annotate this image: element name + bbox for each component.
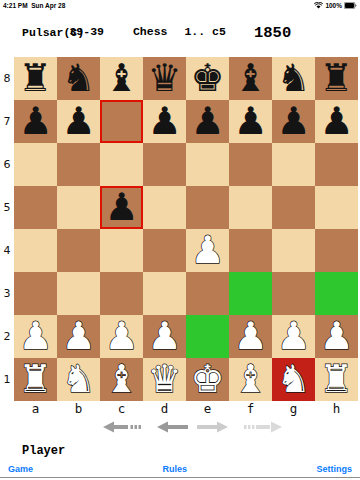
square-e4[interactable]: ♟ [186, 229, 229, 272]
square-g2[interactable]: ♟ [272, 315, 315, 358]
app-title: Chess [133, 25, 168, 38]
step-forward-button[interactable] [195, 420, 229, 434]
square-e1[interactable]: ♚ [186, 358, 229, 401]
file-label-e: e [186, 401, 229, 416]
rank-labels: 87654321 [0, 57, 14, 401]
piece-white-knight: ♞ [276, 358, 310, 401]
file-label-f: f [229, 401, 272, 416]
piece-white-pawn: ♟ [61, 315, 95, 358]
rank-label-5: 5 [0, 186, 14, 229]
file-label-b: b [57, 401, 100, 416]
piece-white-pawn: ♟ [190, 229, 224, 272]
rank-label-3: 3 [0, 272, 14, 315]
piece-black-pawn: ♟ [319, 100, 353, 143]
piece-white-pawn: ♟ [104, 315, 138, 358]
piece-black-rook: ♜ [18, 57, 52, 100]
square-f3[interactable] [229, 272, 272, 315]
square-f6[interactable] [229, 143, 272, 186]
square-c6[interactable] [100, 143, 143, 186]
last-move-text: 1.. c5 [184, 25, 225, 38]
square-g4[interactable] [272, 229, 315, 272]
square-a7[interactable]: ♟ [14, 100, 57, 143]
square-h8[interactable]: ♜ [315, 57, 358, 100]
square-b6[interactable] [57, 143, 100, 186]
square-f4[interactable] [229, 229, 272, 272]
square-c2[interactable]: ♟ [100, 315, 143, 358]
nav-settings-link[interactable]: Settings [316, 464, 352, 474]
file-label-c: c [100, 401, 143, 416]
square-d8[interactable]: ♛ [143, 57, 186, 100]
square-h1[interactable]: ♜ [315, 358, 358, 401]
square-h2[interactable]: ♟ [315, 315, 358, 358]
piece-white-rook: ♜ [319, 358, 353, 401]
square-d2[interactable]: ♟ [143, 315, 186, 358]
nav-rules-link[interactable]: Rules [162, 464, 187, 474]
square-h4[interactable] [315, 229, 358, 272]
piece-white-pawn: ♟ [147, 315, 181, 358]
piece-black-pawn: ♟ [18, 100, 52, 143]
step-back-button[interactable] [156, 420, 190, 434]
square-e7[interactable]: ♟ [186, 100, 229, 143]
file-label-a: a [14, 401, 57, 416]
square-b1[interactable]: ♞ [57, 358, 100, 401]
piece-black-bishop: ♝ [233, 57, 267, 100]
rank-label-4: 4 [0, 229, 14, 272]
square-g5[interactable] [272, 186, 315, 229]
square-d6[interactable] [143, 143, 186, 186]
file-label-h: h [315, 401, 358, 416]
forward-arrow-icon [195, 420, 229, 434]
engine-name: Pulsar(C) [22, 26, 84, 39]
piece-white-king: ♚ [190, 358, 224, 401]
square-d3[interactable] [143, 272, 186, 315]
piece-white-pawn: ♟ [18, 315, 52, 358]
piece-black-bishop: ♝ [104, 57, 138, 100]
date-text: Sun Apr 28 [31, 2, 65, 9]
piece-black-rook: ♜ [319, 57, 353, 100]
square-c5[interactable]: ♟ [100, 186, 143, 229]
battery-icon [344, 2, 357, 9]
player-label: Player [22, 444, 65, 458]
square-b5[interactable] [57, 186, 100, 229]
square-g1[interactable]: ♞ [272, 358, 315, 401]
square-a8[interactable]: ♜ [14, 57, 57, 100]
piece-black-pawn: ♟ [233, 100, 267, 143]
square-e2[interactable] [186, 315, 229, 358]
forward-to-end-icon [243, 420, 283, 434]
nav-game-link[interactable]: Game [8, 464, 33, 474]
piece-black-pawn: ♟ [276, 100, 310, 143]
square-f5[interactable] [229, 186, 272, 229]
piece-white-bishop: ♝ [104, 358, 138, 401]
square-b8[interactable]: ♞ [57, 57, 100, 100]
square-c4[interactable] [100, 229, 143, 272]
square-a4[interactable] [14, 229, 57, 272]
square-a3[interactable] [14, 272, 57, 315]
square-g3[interactable] [272, 272, 315, 315]
move-navigation [12, 419, 360, 435]
jump-to-start-button[interactable] [102, 420, 142, 434]
clock-text: 4:21 PM [3, 2, 28, 9]
square-a6[interactable] [14, 143, 57, 186]
square-d7[interactable]: ♟ [143, 100, 186, 143]
jump-to-end-button[interactable] [243, 420, 283, 434]
square-f7[interactable]: ♟ [229, 100, 272, 143]
bottom-divider [0, 477, 360, 478]
status-bar: 4:21 PM Sun Apr 28 100% [0, 0, 360, 11]
piece-white-bishop: ♝ [233, 358, 267, 401]
square-a5[interactable] [14, 186, 57, 229]
file-label-d: d [143, 401, 186, 416]
piece-black-knight: ♞ [61, 57, 95, 100]
piece-black-pawn: ♟ [61, 100, 95, 143]
square-h7[interactable]: ♟ [315, 100, 358, 143]
square-d1[interactable]: ♛ [143, 358, 186, 401]
piece-white-knight: ♞ [61, 358, 95, 401]
rank-label-8: 8 [0, 57, 14, 100]
status-time-date: 4:21 PM Sun Apr 28 [3, 2, 65, 9]
square-h6[interactable] [315, 143, 358, 186]
back-arrow-icon [156, 420, 190, 434]
rank-label-1: 1 [0, 358, 14, 401]
square-c1[interactable]: ♝ [100, 358, 143, 401]
square-g8[interactable]: ♞ [272, 57, 315, 100]
piece-black-knight: ♞ [276, 57, 310, 100]
chess-app-screen: 4:21 PM Sun Apr 28 100% 39-39Chess1.. c5… [0, 0, 360, 480]
square-a1[interactable]: ♜ [14, 358, 57, 401]
square-e5[interactable] [186, 186, 229, 229]
square-c3[interactable] [100, 272, 143, 315]
piece-white-rook: ♜ [18, 358, 52, 401]
piece-white-pawn: ♟ [233, 315, 267, 358]
piece-black-king: ♚ [190, 57, 224, 100]
square-e8[interactable]: ♚ [186, 57, 229, 100]
square-e6[interactable] [186, 143, 229, 186]
chess-board: ♜♞♝♛♚♝♞♜♟♟♟♟♟♟♟♟♟♟♟♟♟♟♟♟♜♞♝♛♚♝♞♜ [14, 57, 358, 401]
file-labels: abcdefgh [14, 401, 358, 416]
wifi-icon [314, 2, 323, 9]
square-b2[interactable]: ♟ [57, 315, 100, 358]
piece-white-queen: ♛ [147, 358, 181, 401]
square-h3[interactable] [315, 272, 358, 315]
rank-label-7: 7 [0, 100, 14, 143]
piece-white-pawn: ♟ [276, 315, 310, 358]
rewind-to-start-icon [102, 420, 142, 434]
square-f2[interactable]: ♟ [229, 315, 272, 358]
piece-black-queen: ♛ [147, 57, 181, 100]
bottom-nav: Game Rules Settings [0, 462, 360, 475]
rank-label-6: 6 [0, 143, 14, 186]
square-b7[interactable]: ♟ [57, 100, 100, 143]
square-h5[interactable] [315, 186, 358, 229]
rank-label-2: 2 [0, 315, 14, 358]
engine-rating: 1850 [254, 24, 291, 42]
square-c8[interactable]: ♝ [100, 57, 143, 100]
square-b3[interactable] [57, 272, 100, 315]
square-c7[interactable] [100, 100, 143, 143]
square-d5[interactable] [143, 186, 186, 229]
square-b4[interactable] [57, 229, 100, 272]
square-g6[interactable] [272, 143, 315, 186]
square-a2[interactable]: ♟ [14, 315, 57, 358]
game-header: 39-39Chess1.. c5 Pulsar(C) 1850 [0, 11, 360, 45]
piece-black-pawn: ♟ [190, 100, 224, 143]
file-label-g: g [272, 401, 315, 416]
square-d4[interactable] [143, 229, 186, 272]
piece-black-pawn: ♟ [104, 186, 138, 229]
battery-percent-text: 100% [325, 2, 342, 9]
square-e3[interactable] [186, 272, 229, 315]
piece-black-pawn: ♟ [147, 100, 181, 143]
piece-white-pawn: ♟ [319, 315, 353, 358]
square-g7[interactable]: ♟ [272, 100, 315, 143]
square-f1[interactable]: ♝ [229, 358, 272, 401]
square-f8[interactable]: ♝ [229, 57, 272, 100]
